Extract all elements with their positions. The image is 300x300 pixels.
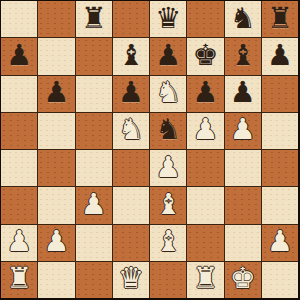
square-b3[interactable]: [38, 187, 74, 223]
black-pawn-piece: ♟: [118, 78, 144, 107]
square-a3[interactable]: [1, 187, 37, 223]
square-b5[interactable]: [38, 113, 74, 149]
square-b4[interactable]: [38, 150, 74, 186]
square-e1[interactable]: [150, 262, 186, 298]
square-c8[interactable]: ♜: [76, 1, 112, 37]
square-c6[interactable]: [76, 76, 112, 112]
black-rook-piece: ♜: [81, 4, 107, 33]
square-f6[interactable]: ♟: [187, 76, 223, 112]
square-b8[interactable]: [38, 1, 74, 37]
square-h1[interactable]: [262, 262, 298, 298]
square-f3[interactable]: [187, 187, 223, 223]
square-a2[interactable]: ♟: [1, 225, 37, 261]
square-e6[interactable]: ♞: [150, 76, 186, 112]
square-d2[interactable]: [113, 225, 149, 261]
black-bishop-piece: ♝: [118, 41, 144, 70]
square-a7[interactable]: ♟: [1, 38, 37, 74]
white-pawn-piece: ♟: [43, 227, 69, 256]
square-g1[interactable]: ♚: [225, 262, 261, 298]
white-knight-piece: ♞: [118, 115, 144, 144]
square-b6[interactable]: ♟: [38, 76, 74, 112]
white-pawn-piece: ♟: [81, 190, 107, 219]
square-c3[interactable]: ♟: [76, 187, 112, 223]
black-rook-piece: ♜: [267, 4, 293, 33]
square-b1[interactable]: [38, 262, 74, 298]
square-d5[interactable]: ♞: [113, 113, 149, 149]
square-g6[interactable]: ♟: [225, 76, 261, 112]
black-pawn-piece: ♟: [6, 41, 32, 70]
white-knight-piece: ♞: [155, 78, 181, 107]
square-d4[interactable]: [113, 150, 149, 186]
square-h8[interactable]: ♜: [262, 1, 298, 37]
square-f4[interactable]: [187, 150, 223, 186]
square-e2[interactable]: ♝: [150, 225, 186, 261]
square-c5[interactable]: [76, 113, 112, 149]
square-f5[interactable]: ♟: [187, 113, 223, 149]
square-h6[interactable]: [262, 76, 298, 112]
white-rook-piece: ♜: [6, 264, 32, 293]
square-g2[interactable]: [225, 225, 261, 261]
black-pawn-piece: ♟: [192, 78, 218, 107]
square-a6[interactable]: [1, 76, 37, 112]
square-a8[interactable]: [1, 1, 37, 37]
square-f7[interactable]: ♚: [187, 38, 223, 74]
square-f1[interactable]: ♜: [187, 262, 223, 298]
square-h4[interactable]: [262, 150, 298, 186]
square-d7[interactable]: ♝: [113, 38, 149, 74]
white-pawn-piece: ♟: [230, 115, 256, 144]
white-pawn-piece: ♟: [6, 227, 32, 256]
black-pawn-piece: ♟: [230, 78, 256, 107]
black-knight-piece: ♞: [230, 4, 256, 33]
white-bishop-piece: ♝: [155, 227, 181, 256]
square-h2[interactable]: ♟: [262, 225, 298, 261]
square-g3[interactable]: [225, 187, 261, 223]
square-e7[interactable]: ♟: [150, 38, 186, 74]
white-pawn-piece: ♟: [155, 153, 181, 182]
square-a1[interactable]: ♜: [1, 262, 37, 298]
white-bishop-piece: ♝: [155, 190, 181, 219]
square-g5[interactable]: ♟: [225, 113, 261, 149]
chess-board-frame: ♜♛♞♜♟♝♟♚♝♟♟♟♞♟♟♞♞♟♟♟♟♝♟♟♝♟♜♛♜♚: [0, 0, 300, 300]
square-b7[interactable]: [38, 38, 74, 74]
black-pawn-piece: ♟: [155, 41, 181, 70]
square-b2[interactable]: ♟: [38, 225, 74, 261]
chess-board: ♜♛♞♜♟♝♟♚♝♟♟♟♞♟♟♞♞♟♟♟♟♝♟♟♝♟♜♛♜♚: [1, 1, 298, 298]
square-f8[interactable]: [187, 1, 223, 37]
square-f2[interactable]: [187, 225, 223, 261]
square-c1[interactable]: [76, 262, 112, 298]
black-pawn-piece: ♟: [267, 41, 293, 70]
square-h7[interactable]: ♟: [262, 38, 298, 74]
square-g4[interactable]: [225, 150, 261, 186]
black-bishop-piece: ♝: [230, 41, 256, 70]
square-d1[interactable]: ♛: [113, 262, 149, 298]
white-pawn-piece: ♟: [192, 115, 218, 144]
square-e4[interactable]: ♟: [150, 150, 186, 186]
square-c2[interactable]: [76, 225, 112, 261]
square-d8[interactable]: [113, 1, 149, 37]
white-queen-piece: ♛: [118, 264, 144, 293]
square-e3[interactable]: ♝: [150, 187, 186, 223]
square-h3[interactable]: [262, 187, 298, 223]
black-king-piece: ♚: [192, 41, 218, 70]
square-e8[interactable]: ♛: [150, 1, 186, 37]
square-e5[interactable]: ♞: [150, 113, 186, 149]
square-a4[interactable]: [1, 150, 37, 186]
square-c4[interactable]: [76, 150, 112, 186]
black-knight-piece: ♞: [155, 115, 181, 144]
black-pawn-piece: ♟: [43, 78, 69, 107]
square-g8[interactable]: ♞: [225, 1, 261, 37]
square-g7[interactable]: ♝: [225, 38, 261, 74]
white-king-piece: ♚: [230, 264, 256, 293]
white-pawn-piece: ♟: [267, 227, 293, 256]
white-rook-piece: ♜: [192, 264, 218, 293]
black-queen-piece: ♛: [155, 4, 181, 33]
square-d3[interactable]: [113, 187, 149, 223]
square-c7[interactable]: [76, 38, 112, 74]
square-h5[interactable]: [262, 113, 298, 149]
square-d6[interactable]: ♟: [113, 76, 149, 112]
square-a5[interactable]: [1, 113, 37, 149]
